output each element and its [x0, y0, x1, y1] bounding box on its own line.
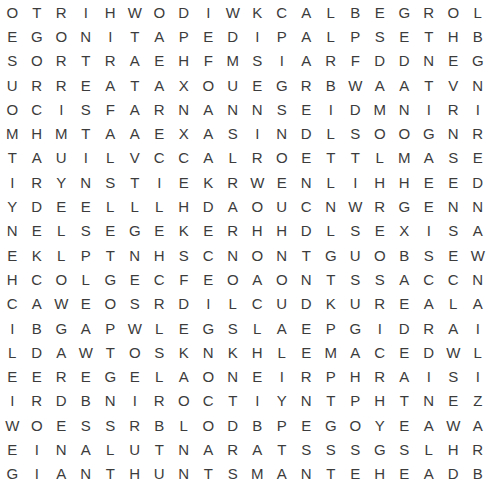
grid-cell[interactable]: C [25, 97, 50, 121]
grid-cell[interactable]: H [98, 0, 123, 24]
grid-cell[interactable]: K [319, 292, 344, 316]
grid-cell[interactable]: H [368, 462, 393, 486]
grid-cell[interactable]: U [147, 462, 172, 486]
grid-cell[interactable]: U [343, 292, 368, 316]
grid-cell[interactable]: R [466, 437, 490, 461]
grid-cell[interactable]: M [368, 97, 393, 121]
grid-cell[interactable]: I [49, 97, 74, 121]
grid-cell[interactable]: D [221, 24, 246, 48]
grid-cell[interactable]: N [466, 194, 490, 218]
grid-cell[interactable]: N [221, 364, 246, 388]
grid-cell[interactable]: U [343, 243, 368, 267]
grid-cell[interactable]: E [294, 97, 319, 121]
grid-cell[interactable]: G [98, 364, 123, 388]
grid-cell[interactable]: N [294, 170, 319, 194]
grid-cell[interactable]: I [466, 316, 490, 340]
grid-cell[interactable]: T [98, 340, 123, 364]
grid-cell[interactable]: S [221, 462, 246, 486]
grid-cell[interactable]: C [147, 267, 172, 291]
grid-cell[interactable]: E [196, 267, 221, 291]
grid-cell[interactable]: A [466, 292, 490, 316]
grid-cell[interactable]: H [368, 389, 393, 413]
grid-cell[interactable]: A [392, 364, 417, 388]
grid-cell[interactable]: N [0, 219, 25, 243]
grid-cell[interactable]: H [441, 437, 466, 461]
grid-cell[interactable]: W [0, 413, 25, 437]
grid-cell[interactable]: O [196, 413, 221, 437]
grid-cell[interactable]: N [123, 243, 148, 267]
grid-cell[interactable]: L [98, 194, 123, 218]
grid-cell[interactable]: A [196, 97, 221, 121]
grid-cell[interactable]: G [123, 219, 148, 243]
grid-cell[interactable]: W [343, 194, 368, 218]
grid-cell[interactable]: T [196, 462, 221, 486]
grid-cell[interactable]: H [147, 243, 172, 267]
grid-cell[interactable]: P [343, 389, 368, 413]
grid-cell[interactable]: H [25, 121, 50, 145]
grid-cell[interactable]: N [245, 97, 270, 121]
grid-cell[interactable]: E [392, 413, 417, 437]
grid-cell[interactable]: R [49, 49, 74, 73]
grid-cell[interactable]: E [147, 121, 172, 145]
grid-cell[interactable]: L [319, 24, 344, 48]
grid-cell[interactable]: K [245, 0, 270, 24]
grid-cell[interactable]: S [74, 97, 99, 121]
grid-cell[interactable]: E [74, 73, 99, 97]
grid-cell[interactable]: W [441, 340, 466, 364]
grid-cell[interactable]: R [368, 364, 393, 388]
grid-cell[interactable]: L [319, 121, 344, 145]
grid-cell[interactable]: W [74, 340, 99, 364]
grid-cell[interactable]: O [245, 194, 270, 218]
grid-cell[interactable]: U [270, 292, 295, 316]
grid-cell[interactable]: L [98, 437, 123, 461]
grid-cell[interactable]: E [392, 340, 417, 364]
grid-cell[interactable]: W [466, 243, 490, 267]
grid-cell[interactable]: R [147, 97, 172, 121]
grid-cell[interactable]: F [196, 49, 221, 73]
grid-cell[interactable]: E [392, 24, 417, 48]
grid-cell[interactable]: E [270, 170, 295, 194]
grid-cell[interactable]: S [270, 97, 295, 121]
grid-cell[interactable]: E [123, 364, 148, 388]
grid-cell[interactable]: D [466, 170, 490, 194]
grid-cell[interactable]: B [466, 462, 490, 486]
grid-cell[interactable]: Y [49, 170, 74, 194]
grid-cell[interactable]: A [441, 316, 466, 340]
grid-cell[interactable]: I [466, 97, 490, 121]
grid-cell[interactable]: G [343, 316, 368, 340]
grid-cell[interactable]: W [221, 0, 246, 24]
grid-cell[interactable]: O [49, 267, 74, 291]
grid-cell[interactable]: A [466, 219, 490, 243]
grid-cell[interactable]: G [0, 462, 25, 486]
grid-cell[interactable]: R [294, 364, 319, 388]
grid-cell[interactable]: T [123, 24, 148, 48]
grid-cell[interactable]: N [294, 462, 319, 486]
grid-cell[interactable]: T [294, 243, 319, 267]
grid-cell[interactable]: P [98, 316, 123, 340]
grid-cell[interactable]: O [441, 0, 466, 24]
grid-cell[interactable]: S [74, 413, 99, 437]
grid-cell[interactable]: T [74, 49, 99, 73]
grid-cell[interactable]: E [441, 170, 466, 194]
grid-cell[interactable]: E [196, 24, 221, 48]
grid-cell[interactable]: A [270, 316, 295, 340]
grid-cell[interactable]: D [441, 462, 466, 486]
grid-cell[interactable]: D [294, 121, 319, 145]
grid-cell[interactable]: L [49, 243, 74, 267]
grid-cell[interactable]: I [74, 0, 99, 24]
grid-cell[interactable]: R [147, 292, 172, 316]
grid-cell[interactable]: O [368, 121, 393, 145]
grid-cell[interactable]: S [441, 219, 466, 243]
grid-cell[interactable]: S [98, 413, 123, 437]
grid-cell[interactable]: T [25, 0, 50, 24]
grid-cell[interactable]: O [392, 121, 417, 145]
grid-cell[interactable]: E [368, 0, 393, 24]
grid-cell[interactable]: N [294, 389, 319, 413]
grid-cell[interactable]: Y [0, 194, 25, 218]
grid-cell[interactable]: A [368, 73, 393, 97]
grid-cell[interactable]: E [245, 364, 270, 388]
grid-cell[interactable]: L [466, 0, 490, 24]
grid-cell[interactable]: I [196, 0, 221, 24]
grid-cell[interactable]: H [123, 462, 148, 486]
grid-cell[interactable]: O [0, 97, 25, 121]
grid-cell[interactable]: A [147, 24, 172, 48]
grid-cell[interactable]: T [343, 146, 368, 170]
grid-cell[interactable]: W [49, 292, 74, 316]
grid-cell[interactable]: H [172, 49, 197, 73]
grid-cell[interactable]: O [0, 0, 25, 24]
grid-cell[interactable]: E [294, 316, 319, 340]
grid-cell[interactable]: E [441, 49, 466, 73]
grid-cell[interactable]: U [0, 73, 25, 97]
grid-cell[interactable]: M [49, 121, 74, 145]
grid-cell[interactable]: E [147, 49, 172, 73]
grid-cell[interactable]: H [441, 24, 466, 48]
grid-cell[interactable]: W [123, 316, 148, 340]
grid-cell[interactable]: R [368, 194, 393, 218]
grid-cell[interactable]: E [343, 462, 368, 486]
grid-cell[interactable]: R [25, 73, 50, 97]
grid-cell[interactable]: P [343, 24, 368, 48]
grid-cell[interactable]: T [319, 146, 344, 170]
grid-cell[interactable]: M [245, 462, 270, 486]
grid-cell[interactable]: R [147, 389, 172, 413]
grid-cell[interactable]: E [123, 267, 148, 291]
grid-cell[interactable]: A [245, 437, 270, 461]
grid-cell[interactable]: B [343, 0, 368, 24]
grid-cell[interactable]: L [221, 146, 246, 170]
grid-cell[interactable]: S [441, 146, 466, 170]
grid-cell[interactable]: N [441, 194, 466, 218]
grid-cell[interactable]: A [221, 194, 246, 218]
grid-cell[interactable]: A [466, 413, 490, 437]
grid-cell[interactable]: N [466, 73, 490, 97]
grid-cell[interactable]: B [25, 316, 50, 340]
grid-cell[interactable]: G [417, 121, 442, 145]
grid-cell[interactable]: A [49, 340, 74, 364]
grid-cell[interactable]: R [441, 97, 466, 121]
grid-cell[interactable]: O [270, 267, 295, 291]
grid-cell[interactable]: A [343, 340, 368, 364]
grid-cell[interactable]: A [74, 316, 99, 340]
grid-cell[interactable]: L [49, 219, 74, 243]
grid-cell[interactable]: I [98, 24, 123, 48]
grid-cell[interactable]: T [147, 437, 172, 461]
grid-cell[interactable]: A [98, 73, 123, 97]
grid-cell[interactable]: O [196, 364, 221, 388]
grid-cell[interactable]: D [25, 340, 50, 364]
grid-cell[interactable]: O [123, 340, 148, 364]
grid-cell[interactable]: E [0, 437, 25, 461]
grid-cell[interactable]: R [221, 219, 246, 243]
grid-cell[interactable]: N [172, 437, 197, 461]
grid-cell[interactable]: R [123, 413, 148, 437]
grid-cell[interactable]: K [172, 219, 197, 243]
grid-cell[interactable]: S [343, 219, 368, 243]
grid-cell[interactable]: W [441, 413, 466, 437]
grid-cell[interactable]: K [25, 243, 50, 267]
grid-cell[interactable]: H [0, 267, 25, 291]
grid-cell[interactable]: O [25, 49, 50, 73]
grid-cell[interactable]: A [270, 462, 295, 486]
grid-cell[interactable]: G [319, 413, 344, 437]
grid-cell[interactable]: G [392, 0, 417, 24]
grid-cell[interactable]: F [343, 49, 368, 73]
grid-cell[interactable]: R [417, 0, 442, 24]
grid-cell[interactable]: R [49, 0, 74, 24]
grid-cell[interactable]: A [417, 462, 442, 486]
grid-cell[interactable]: T [319, 389, 344, 413]
grid-cell[interactable]: A [123, 97, 148, 121]
grid-cell[interactable]: U [270, 194, 295, 218]
grid-cell[interactable]: B [392, 243, 417, 267]
grid-cell[interactable]: O [172, 389, 197, 413]
grid-cell[interactable]: N [319, 194, 344, 218]
grid-cell[interactable]: E [368, 219, 393, 243]
grid-cell[interactable]: A [25, 146, 50, 170]
grid-cell[interactable]: E [417, 170, 442, 194]
grid-cell[interactable]: B [466, 24, 490, 48]
grid-cell[interactable]: R [221, 170, 246, 194]
grid-cell[interactable]: W [123, 0, 148, 24]
grid-cell[interactable]: H [270, 219, 295, 243]
grid-cell[interactable]: T [221, 389, 246, 413]
grid-cell[interactable]: E [98, 219, 123, 243]
grid-cell[interactable]: D [294, 219, 319, 243]
grid-cell[interactable]: O [196, 73, 221, 97]
grid-cell[interactable]: E [294, 146, 319, 170]
grid-cell[interactable]: P [172, 24, 197, 48]
grid-cell[interactable]: I [319, 97, 344, 121]
grid-cell[interactable]: G [368, 437, 393, 461]
grid-cell[interactable]: S [172, 243, 197, 267]
grid-cell[interactable]: O [245, 243, 270, 267]
grid-cell[interactable]: I [196, 292, 221, 316]
grid-cell[interactable]: N [74, 24, 99, 48]
grid-cell[interactable]: S [74, 219, 99, 243]
grid-cell[interactable]: O [147, 0, 172, 24]
grid-cell[interactable]: R [221, 437, 246, 461]
grid-cell[interactable]: R [25, 170, 50, 194]
grid-cell[interactable]: R [49, 73, 74, 97]
grid-cell[interactable]: I [74, 146, 99, 170]
grid-cell[interactable]: S [368, 267, 393, 291]
grid-cell[interactable]: L [147, 316, 172, 340]
grid-cell[interactable]: G [49, 316, 74, 340]
grid-cell[interactable]: P [270, 413, 295, 437]
grid-cell[interactable]: E [147, 219, 172, 243]
grid-cell[interactable]: N [294, 267, 319, 291]
grid-cell[interactable]: E [25, 364, 50, 388]
grid-cell[interactable]: S [0, 49, 25, 73]
grid-cell[interactable]: N [49, 437, 74, 461]
grid-cell[interactable]: T [417, 73, 442, 97]
grid-cell[interactable]: S [294, 437, 319, 461]
grid-cell[interactable]: B [147, 413, 172, 437]
grid-cell[interactable]: L [441, 292, 466, 316]
grid-cell[interactable]: B [245, 413, 270, 437]
grid-cell[interactable]: T [123, 170, 148, 194]
grid-cell[interactable]: G [392, 194, 417, 218]
grid-cell[interactable]: C [147, 146, 172, 170]
grid-cell[interactable]: B [74, 389, 99, 413]
grid-cell[interactable]: O [49, 24, 74, 48]
grid-cell[interactable]: G [196, 316, 221, 340]
grid-cell[interactable]: O [343, 413, 368, 437]
grid-cell[interactable]: A [245, 267, 270, 291]
grid-cell[interactable]: R [294, 73, 319, 97]
grid-cell[interactable]: S [98, 170, 123, 194]
grid-cell[interactable]: D [343, 97, 368, 121]
grid-cell[interactable]: L [147, 194, 172, 218]
grid-cell[interactable]: H [368, 170, 393, 194]
grid-cell[interactable]: S [343, 121, 368, 145]
grid-cell[interactable]: A [25, 292, 50, 316]
grid-cell[interactable]: R [319, 49, 344, 73]
grid-cell[interactable]: C [441, 267, 466, 291]
grid-cell[interactable]: H [245, 340, 270, 364]
grid-cell[interactable]: T [0, 146, 25, 170]
grid-cell[interactable]: E [245, 73, 270, 97]
grid-cell[interactable]: O [98, 292, 123, 316]
grid-cell[interactable]: E [294, 413, 319, 437]
grid-cell[interactable]: H [392, 170, 417, 194]
grid-cell[interactable]: G [319, 243, 344, 267]
grid-cell[interactable]: L [123, 194, 148, 218]
grid-cell[interactable]: I [270, 364, 295, 388]
grid-cell[interactable]: I [0, 170, 25, 194]
grid-cell[interactable]: O [368, 243, 393, 267]
grid-cell[interactable]: G [25, 24, 50, 48]
grid-cell[interactable]: A [417, 413, 442, 437]
grid-cell[interactable]: N [270, 243, 295, 267]
grid-cell[interactable]: W [245, 170, 270, 194]
grid-cell[interactable]: C [294, 194, 319, 218]
grid-cell[interactable]: C [196, 389, 221, 413]
grid-cell[interactable]: A [49, 462, 74, 486]
grid-cell[interactable]: F [172, 267, 197, 291]
grid-cell[interactable]: T [74, 121, 99, 145]
grid-cell[interactable]: I [245, 121, 270, 145]
grid-cell[interactable]: R [49, 364, 74, 388]
grid-cell[interactable]: S [343, 267, 368, 291]
grid-cell[interactable]: A [98, 121, 123, 145]
grid-cell[interactable]: Z [466, 389, 490, 413]
grid-cell[interactable]: N [392, 97, 417, 121]
grid-cell[interactable]: D [221, 413, 246, 437]
grid-cell[interactable]: Y [270, 389, 295, 413]
grid-cell[interactable]: I [0, 389, 25, 413]
grid-cell[interactable]: E [196, 219, 221, 243]
grid-cell[interactable]: S [123, 292, 148, 316]
grid-cell[interactable]: E [417, 194, 442, 218]
grid-cell[interactable]: A [294, 24, 319, 48]
grid-cell[interactable]: H [245, 219, 270, 243]
grid-cell[interactable]: S [417, 243, 442, 267]
grid-cell[interactable]: A [392, 73, 417, 97]
grid-cell[interactable]: I [25, 462, 50, 486]
grid-cell[interactable]: M [221, 49, 246, 73]
grid-cell[interactable]: T [98, 462, 123, 486]
grid-cell[interactable]: I [270, 49, 295, 73]
grid-cell[interactable]: O [25, 413, 50, 437]
grid-cell[interactable]: I [245, 389, 270, 413]
grid-cell[interactable]: E [49, 194, 74, 218]
grid-cell[interactable]: E [0, 364, 25, 388]
grid-cell[interactable]: I [417, 219, 442, 243]
grid-cell[interactable]: E [392, 292, 417, 316]
grid-cell[interactable]: L [98, 146, 123, 170]
grid-cell[interactable]: E [441, 389, 466, 413]
grid-cell[interactable]: N [221, 243, 246, 267]
grid-cell[interactable]: M [0, 121, 25, 145]
grid-cell[interactable]: A [417, 292, 442, 316]
grid-cell[interactable]: K [172, 340, 197, 364]
grid-cell[interactable]: P [270, 24, 295, 48]
grid-cell[interactable]: N [74, 170, 99, 194]
grid-cell[interactable]: I [0, 316, 25, 340]
grid-cell[interactable]: X [172, 121, 197, 145]
grid-cell[interactable]: G [466, 49, 490, 73]
grid-cell[interactable]: A [147, 73, 172, 97]
grid-cell[interactable]: D [25, 194, 50, 218]
grid-cell[interactable]: E [49, 413, 74, 437]
grid-cell[interactable]: E [74, 364, 99, 388]
grid-cell[interactable]: L [319, 219, 344, 243]
grid-cell[interactable]: K [196, 170, 221, 194]
grid-cell[interactable]: T [417, 24, 442, 48]
grid-cell[interactable]: U [49, 146, 74, 170]
grid-cell[interactable]: W [343, 73, 368, 97]
grid-cell[interactable]: E [74, 194, 99, 218]
grid-cell[interactable]: D [392, 316, 417, 340]
grid-cell[interactable]: R [98, 49, 123, 73]
grid-cell[interactable]: L [417, 437, 442, 461]
grid-cell[interactable]: N [466, 267, 490, 291]
grid-cell[interactable]: I [466, 364, 490, 388]
grid-cell[interactable]: R [417, 316, 442, 340]
grid-cell[interactable]: D [368, 49, 393, 73]
grid-cell[interactable]: D [392, 49, 417, 73]
grid-cell[interactable]: I [417, 364, 442, 388]
grid-cell[interactable]: E [0, 24, 25, 48]
grid-cell[interactable]: I [343, 170, 368, 194]
grid-cell[interactable]: N [98, 389, 123, 413]
